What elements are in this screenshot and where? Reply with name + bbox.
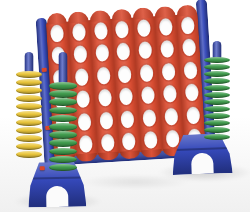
board-cell: [181, 103, 204, 127]
board-cell: [46, 21, 69, 45]
board-hole-empty: [161, 63, 175, 81]
board-cell: [96, 131, 119, 155]
board-hole-empty: [73, 46, 87, 64]
yellow-disc: [16, 103, 42, 110]
board-cell: [89, 19, 112, 43]
board-hole-empty: [185, 84, 199, 102]
board-cell: [177, 36, 200, 60]
board-cell: [69, 43, 92, 67]
board-cell: [91, 41, 114, 65]
green-disc: [49, 164, 77, 172]
green-disc: [204, 99, 230, 105]
green-disc: [49, 115, 77, 123]
board-cell: [135, 61, 158, 85]
board-cell: [137, 84, 160, 108]
board-hole-empty: [78, 113, 92, 131]
yellow-disc: [16, 111, 42, 118]
board-hole-empty: [163, 85, 177, 103]
board-cell: [118, 130, 141, 154]
board-hole-empty: [180, 17, 194, 35]
board-hole-empty: [166, 130, 180, 148]
green-disc: [49, 90, 77, 98]
green-disc: [204, 120, 230, 126]
green-disc: [204, 78, 230, 84]
red-clip-detail: [40, 166, 45, 170]
board-hole-empty: [183, 61, 197, 79]
green-disc: [49, 123, 77, 131]
board-hole-empty: [122, 133, 136, 151]
board-hole-empty: [120, 88, 134, 106]
yellow-disc: [16, 119, 42, 126]
board-cell: [112, 40, 135, 64]
board-hole-empty: [101, 134, 115, 152]
board-cell: [134, 39, 157, 63]
board-cell: [180, 81, 203, 105]
board-cell: [116, 107, 139, 131]
yellow-disc: [16, 151, 42, 158]
board-hole-empty: [137, 19, 151, 37]
board-hole-empty: [95, 44, 109, 62]
giant-connect-four-photo: [0, 0, 250, 212]
green-disc: [204, 71, 230, 77]
green-disc: [49, 131, 77, 139]
green-disc: [49, 139, 77, 147]
board-cell: [115, 85, 138, 109]
board-hole-empty: [160, 40, 174, 58]
board-hole-empty: [115, 20, 129, 38]
green-disc: [204, 134, 230, 140]
disc-stack-discs: [49, 82, 77, 172]
board-hole-empty: [186, 106, 200, 124]
board-cell: [160, 105, 183, 129]
board-hole-empty: [76, 91, 90, 109]
green-disc: [204, 57, 230, 63]
disc-stack-discs: [16, 71, 42, 159]
yellow-disc: [16, 87, 42, 94]
board-cell: [176, 13, 199, 37]
green-disc: [49, 156, 77, 164]
board-cell: [157, 60, 180, 84]
board-cell: [156, 37, 179, 61]
green-disc: [204, 85, 230, 91]
board-hole-empty: [164, 108, 178, 126]
disc-stack-discs: [204, 57, 230, 141]
green-disc: [204, 92, 230, 98]
board-hole-empty: [117, 43, 131, 61]
board-hole-empty: [159, 18, 173, 36]
board-cell: [138, 106, 161, 130]
board-cell: [179, 58, 202, 82]
green-disc: [49, 82, 77, 90]
board-hole-empty: [79, 135, 93, 153]
board-hole-empty: [141, 87, 155, 105]
green-disc: [204, 113, 230, 119]
green-disc: [49, 107, 77, 115]
board-hole-empty: [99, 112, 113, 130]
board-cell: [114, 62, 137, 86]
board-hole-empty: [94, 22, 108, 40]
red-clip-detail: [42, 68, 47, 72]
green-disc: [204, 64, 230, 70]
board-cell: [139, 128, 162, 152]
yellow-disc: [16, 95, 42, 102]
board-cell: [74, 132, 97, 156]
board-hole-empty: [96, 67, 110, 85]
board-hole-empty: [138, 42, 152, 60]
storage-pole-icon: [25, 52, 34, 73]
green-disc: [204, 127, 230, 133]
board-cell: [111, 17, 134, 41]
green-disc: [49, 148, 77, 156]
board-hole-empty: [98, 89, 112, 107]
yellow-disc: [16, 71, 42, 78]
board-hole-empty: [182, 39, 196, 57]
board-hole-empty: [121, 110, 135, 128]
board-cell: [93, 86, 116, 110]
yellow-disc: [16, 135, 42, 142]
board-hole-empty: [50, 24, 64, 42]
board-hole-empty: [118, 65, 132, 83]
board-hole-empty: [143, 109, 157, 127]
green-disc: [204, 106, 230, 112]
board-hole-empty: [72, 23, 86, 41]
board-hole-empty: [144, 131, 158, 149]
board-cell: [95, 109, 118, 133]
board-cell: [133, 16, 156, 40]
yellow-disc: [16, 79, 42, 86]
board-cell: [92, 64, 115, 88]
yellow-disc: [16, 143, 42, 150]
board-cell: [158, 82, 181, 106]
green-disc: [49, 98, 77, 106]
storage-pole-icon: [59, 52, 68, 84]
yellow-disc: [16, 127, 42, 134]
board-cell: [68, 20, 91, 44]
board-cell: [154, 15, 177, 39]
board-hole-empty: [140, 64, 154, 82]
